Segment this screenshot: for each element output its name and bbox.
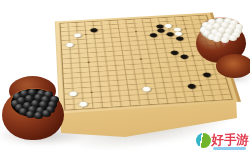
white-stone: ● bbox=[72, 32, 82, 38]
white-bowl-lid bbox=[216, 54, 250, 78]
black-stone: ● bbox=[186, 83, 198, 90]
black-stone: ● bbox=[174, 35, 185, 41]
white-stone: ● bbox=[172, 27, 183, 33]
white-bowl-stone bbox=[229, 35, 237, 41]
black-stone: ● bbox=[89, 27, 99, 33]
black-stone: ● bbox=[179, 53, 190, 59]
white-stone: ● bbox=[65, 42, 75, 48]
white-stone: ● bbox=[78, 100, 89, 107]
watermark-logo-icon bbox=[196, 133, 211, 148]
black-stone: ● bbox=[201, 71, 213, 78]
black-stones-heap bbox=[11, 89, 57, 117]
white-stone: ● bbox=[173, 31, 184, 37]
watermark-subtext-bar bbox=[213, 147, 246, 150]
black-stone: ● bbox=[165, 31, 176, 37]
black-bowl-stone bbox=[42, 110, 51, 117]
go-scene-photo: ●●●●●●●●●●●●●●●●●● 好手游 bbox=[0, 0, 250, 150]
white-bowl-stone bbox=[221, 37, 229, 43]
black-stone: ● bbox=[156, 28, 167, 34]
black-stone: ● bbox=[169, 49, 180, 55]
white-stones-heap bbox=[200, 18, 242, 41]
black-stone: ● bbox=[148, 32, 159, 38]
black-bowl-stone bbox=[34, 112, 43, 119]
white-stone: ● bbox=[141, 85, 153, 92]
white-stone: ● bbox=[163, 23, 174, 29]
white-stone: ● bbox=[68, 90, 79, 97]
black-stone: ● bbox=[155, 23, 166, 29]
